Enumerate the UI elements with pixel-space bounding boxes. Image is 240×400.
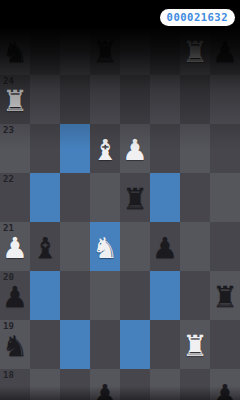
square-19-2[interactable] (60, 320, 90, 369)
rank-label-18: 18 (3, 370, 14, 380)
square-19-7[interactable] (210, 320, 240, 369)
square-20-0[interactable]: 20♟ (0, 271, 30, 320)
square-20-7[interactable]: ♜ (210, 271, 240, 320)
square-25-1[interactable] (30, 26, 60, 75)
square-20-4[interactable] (120, 271, 150, 320)
black-knight-piece[interactable]: ♞ (2, 332, 28, 361)
square-21-5[interactable]: ♟ (150, 222, 180, 271)
rank-label-21: 21 (3, 223, 14, 233)
square-20-5[interactable] (150, 271, 180, 320)
square-23-0[interactable]: 23 (0, 124, 30, 173)
square-23-6[interactable] (180, 124, 210, 173)
square-21-3[interactable]: ♞ (90, 222, 120, 271)
square-22-5[interactable] (150, 173, 180, 222)
square-21-0[interactable]: 21♟ (0, 222, 30, 271)
square-18-6[interactable] (180, 369, 210, 400)
white-pawn-piece[interactable]: ♟ (2, 234, 28, 263)
rank-label-24: 24 (3, 76, 14, 86)
square-24-5[interactable] (150, 75, 180, 124)
square-25-3[interactable]: ♜ (90, 26, 120, 75)
rank-label-23: 23 (3, 125, 14, 135)
square-18-0[interactable]: 18 (0, 369, 30, 400)
white-rook-piece[interactable]: ♜ (182, 332, 208, 361)
square-25-7[interactable]: ♟ (210, 26, 240, 75)
square-22-3[interactable] (90, 173, 120, 222)
square-19-6[interactable]: ♜ (180, 320, 210, 369)
square-24-1[interactable] (30, 75, 60, 124)
score-badge: 000021632 (160, 9, 235, 26)
square-20-3[interactable] (90, 271, 120, 320)
square-21-7[interactable] (210, 222, 240, 271)
white-rook-piece[interactable]: ♜ (182, 38, 208, 67)
square-19-3[interactable] (90, 320, 120, 369)
square-23-4[interactable]: ♟ (120, 124, 150, 173)
square-19-1[interactable] (30, 320, 60, 369)
square-21-6[interactable] (180, 222, 210, 271)
square-21-4[interactable] (120, 222, 150, 271)
black-rook-piece[interactable]: ♜ (122, 185, 148, 214)
square-20-1[interactable] (30, 271, 60, 320)
board-row-25: ♞♜♜♟ (0, 26, 240, 75)
square-20-6[interactable] (180, 271, 210, 320)
board-row-21: 21♟♝♞♟ (0, 222, 240, 271)
board-row-24: 24♜ (0, 75, 240, 124)
square-19-4[interactable] (120, 320, 150, 369)
square-22-2[interactable] (60, 173, 90, 222)
black-pawn-piece[interactable]: ♟ (2, 283, 28, 312)
black-rook-piece[interactable]: ♜ (92, 38, 118, 67)
square-23-2[interactable] (60, 124, 90, 173)
board-row-19: 19♞♜ (0, 320, 240, 369)
square-25-4[interactable] (120, 26, 150, 75)
square-24-6[interactable] (180, 75, 210, 124)
square-22-4[interactable]: ♜ (120, 173, 150, 222)
square-18-7[interactable]: ♟ (210, 369, 240, 400)
rank-label-22: 22 (3, 174, 14, 184)
score-value: 000021632 (167, 11, 228, 23)
board-row-23: 23♝♟ (0, 124, 240, 173)
square-22-6[interactable] (180, 173, 210, 222)
black-pawn-piece[interactable]: ♟ (212, 38, 238, 67)
black-bishop-piece[interactable]: ♝ (32, 234, 58, 263)
square-22-7[interactable] (210, 173, 240, 222)
rank-label-20: 20 (3, 272, 14, 282)
board-row-20: 20♟♜ (0, 271, 240, 320)
square-18-3[interactable]: ♟ (90, 369, 120, 400)
board-row-22: 22♜ (0, 173, 240, 222)
square-20-2[interactable] (60, 271, 90, 320)
white-rook-piece[interactable]: ♜ (2, 87, 28, 116)
square-25-6[interactable]: ♜ (180, 26, 210, 75)
black-pawn-piece[interactable]: ♟ (212, 381, 238, 400)
square-18-4[interactable] (120, 369, 150, 400)
square-18-1[interactable] (30, 369, 60, 400)
rank-label-19: 19 (3, 321, 14, 331)
black-pawn-piece[interactable]: ♟ (92, 381, 118, 400)
game-screen: ♞♜♜♟24♜23♝♟22♜21♟♝♞♟20♟♜19♞♜18♟♟ 0000216… (0, 0, 240, 400)
square-23-5[interactable] (150, 124, 180, 173)
white-pawn-piece[interactable]: ♟ (122, 136, 148, 165)
square-23-7[interactable] (210, 124, 240, 173)
square-18-2[interactable] (60, 369, 90, 400)
square-19-0[interactable]: 19♞ (0, 320, 30, 369)
square-24-0[interactable]: 24♜ (0, 75, 30, 124)
square-25-2[interactable] (60, 26, 90, 75)
square-22-1[interactable] (30, 173, 60, 222)
black-knight-piece[interactable]: ♞ (2, 38, 28, 67)
black-pawn-piece[interactable]: ♟ (152, 234, 178, 263)
board-row-18: 18♟♟ (0, 369, 240, 400)
square-18-5[interactable] (150, 369, 180, 400)
white-knight-piece[interactable]: ♞ (92, 234, 118, 263)
square-24-2[interactable] (60, 75, 90, 124)
white-bishop-piece[interactable]: ♝ (92, 136, 118, 165)
square-23-3[interactable]: ♝ (90, 124, 120, 173)
square-24-3[interactable] (90, 75, 120, 124)
square-24-7[interactable] (210, 75, 240, 124)
square-25-5[interactable] (150, 26, 180, 75)
black-rook-piece[interactable]: ♜ (212, 283, 238, 312)
square-25-0[interactable]: ♞ (0, 26, 30, 75)
chess-board: ♞♜♜♟24♜23♝♟22♜21♟♝♞♟20♟♜19♞♜18♟♟ (0, 26, 240, 400)
square-24-4[interactable] (120, 75, 150, 124)
square-19-5[interactable] (150, 320, 180, 369)
square-21-2[interactable] (60, 222, 90, 271)
square-23-1[interactable] (30, 124, 60, 173)
square-21-1[interactable]: ♝ (30, 222, 60, 271)
square-22-0[interactable]: 22 (0, 173, 30, 222)
